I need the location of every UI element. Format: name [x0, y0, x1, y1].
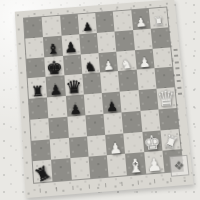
- square-g5[interactable]: [79, 33, 99, 54]
- black-pawn-d4[interactable]: ♟: [106, 100, 119, 114]
- white-pawn-a2[interactable]: ♟: [146, 155, 163, 174]
- white-pawn-f2[interactable]: ♟: [138, 56, 151, 70]
- square-g8[interactable]: [25, 37, 44, 58]
- black-bishop-g7[interactable]: ♝: [46, 43, 59, 57]
- chessboard-photo: ♜♟♟♟♝♚♞♞♟♟♜♟♛♟♟♛♟♚♜♟♝♜ ❖: [0, 0, 200, 200]
- black-knight-f5[interactable]: ♞: [84, 60, 97, 74]
- square-a6[interactable]: [70, 157, 90, 180]
- chess-board: ♜♟♟♟♝♚♞♞♟♟♜♟♛♟♟♛♟♚♜♟♝♜ ❖: [15, 0, 194, 198]
- square-c6[interactable]: [67, 115, 87, 137]
- square-h7[interactable]: [42, 16, 61, 37]
- square-b5[interactable]: [87, 134, 107, 157]
- square-h3[interactable]: [113, 10, 133, 31]
- square-g3[interactable]: [115, 30, 135, 51]
- white-rook-h1[interactable]: ♜: [153, 16, 165, 28]
- square-b6[interactable]: [68, 136, 88, 159]
- square-a4[interactable]: [107, 154, 127, 177]
- square-e5[interactable]: [82, 73, 102, 95]
- square-d7[interactable]: [47, 96, 67, 118]
- square-a5[interactable]: [88, 155, 108, 178]
- white-pawn-b4[interactable]: ♟: [108, 140, 122, 155]
- black-pawn-d6[interactable]: ♟: [69, 103, 82, 117]
- black-king-f7[interactable]: ♚: [46, 59, 63, 78]
- square-d8[interactable]: [29, 97, 49, 119]
- square-c5[interactable]: [85, 114, 105, 136]
- black-pawn-e7[interactable]: ♟: [49, 83, 62, 97]
- white-king-b2[interactable]: ♚: [143, 132, 162, 153]
- square-g1[interactable]: [150, 27, 170, 48]
- square-b3[interactable]: [123, 131, 143, 153]
- square-c7[interactable]: [49, 117, 69, 139]
- square-d3[interactable]: [120, 90, 140, 112]
- white-bishop-a3[interactable]: ♝: [127, 156, 145, 176]
- white-knight-f3[interactable]: ♞: [120, 57, 133, 71]
- white-pawn-f4[interactable]: ♟: [103, 60, 115, 73]
- square-d5[interactable]: [84, 93, 104, 115]
- square-b8[interactable]: [31, 139, 51, 162]
- square-g4[interactable]: [97, 31, 117, 52]
- black-queen-e6[interactable]: ♛: [65, 78, 82, 97]
- square-h6[interactable]: [60, 14, 79, 35]
- square-b7[interactable]: [50, 137, 70, 160]
- square-a7[interactable]: [51, 158, 71, 181]
- square-h8[interactable]: [24, 17, 43, 38]
- square-e3[interactable]: [118, 70, 138, 92]
- square-f1[interactable]: [152, 47, 172, 68]
- square-c3[interactable]: [122, 111, 142, 133]
- square-h4[interactable]: [95, 12, 114, 33]
- square-e4[interactable]: [100, 71, 120, 93]
- square-g2[interactable]: [133, 28, 153, 49]
- square-c4[interactable]: [103, 112, 123, 134]
- white-queen-d1[interactable]: ♛: [156, 88, 177, 111]
- square-c8[interactable]: [30, 118, 50, 140]
- square-c2[interactable]: [140, 109, 160, 131]
- square-e2[interactable]: [136, 68, 156, 90]
- black-rook-e8[interactable]: ♜: [31, 84, 45, 99]
- black-pawn-h5[interactable]: ♟: [82, 22, 93, 34]
- board-logo-icon: ❖: [169, 155, 189, 177]
- white-pawn-h2[interactable]: ♟: [135, 17, 147, 30]
- square-f8[interactable]: [26, 57, 45, 79]
- square-f6[interactable]: [62, 54, 82, 76]
- black-pawn-g6[interactable]: ♟: [64, 40, 78, 55]
